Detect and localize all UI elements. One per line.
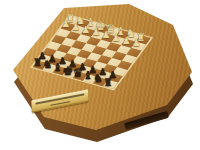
product-photo: ♜♞♝♚♛♝♞♜♟♟♟♟♟♟♟♟♟♟♟♟♟♟♟♟♜♞♝♚♛♝♞♜ bbox=[0, 0, 200, 150]
black-rook[interactable]: ♜ bbox=[102, 76, 114, 88]
plaque-engraving-line bbox=[50, 101, 70, 106]
